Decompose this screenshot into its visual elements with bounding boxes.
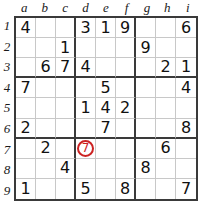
- cell-b1[interactable]: [36, 18, 56, 38]
- cell-e5[interactable]: 4: [96, 98, 116, 118]
- digit: 1: [80, 100, 90, 116]
- cell-a2[interactable]: [16, 38, 36, 58]
- cell-e9[interactable]: [96, 179, 116, 199]
- cell-g9[interactable]: [136, 179, 156, 199]
- cell-i3[interactable]: 1: [176, 58, 196, 78]
- digit: 4: [20, 20, 30, 36]
- cell-a6[interactable]: 2: [16, 119, 36, 139]
- cell-i5[interactable]: [176, 98, 196, 118]
- digit: 6: [160, 140, 170, 156]
- cell-e1[interactable]: 1: [96, 18, 116, 38]
- cell-d7[interactable]: 7: [76, 139, 96, 159]
- digit: 3: [80, 20, 90, 36]
- digit: 8: [140, 160, 150, 176]
- cell-g5[interactable]: [136, 98, 156, 118]
- cell-g8[interactable]: 8: [136, 159, 156, 179]
- cell-h1[interactable]: [156, 18, 176, 38]
- cell-b3[interactable]: 6: [36, 58, 56, 78]
- cell-i7[interactable]: [176, 139, 196, 159]
- cell-f2[interactable]: [116, 38, 136, 58]
- cell-a7[interactable]: [16, 139, 36, 159]
- cell-h7[interactable]: 6: [156, 139, 176, 159]
- digit: 8: [181, 120, 191, 136]
- cell-b9[interactable]: [36, 179, 56, 199]
- cell-c7[interactable]: [56, 139, 76, 159]
- cell-c4[interactable]: [56, 78, 76, 98]
- cell-a1[interactable]: 4: [16, 18, 36, 38]
- digit: 4: [80, 59, 90, 75]
- highlighted-digit: 7: [77, 140, 94, 157]
- cell-f3[interactable]: [116, 58, 136, 78]
- cell-e8[interactable]: [96, 159, 116, 179]
- cell-a5[interactable]: [16, 98, 36, 118]
- digit: 1: [60, 40, 70, 56]
- cell-c1[interactable]: [56, 18, 76, 38]
- cell-f8[interactable]: [116, 159, 136, 179]
- sudoku-board: 431961967421754142278276481587: [14, 16, 198, 201]
- cell-g4[interactable]: [136, 78, 156, 98]
- digit: 7: [100, 120, 110, 136]
- cell-f4[interactable]: [116, 78, 136, 98]
- cell-c9[interactable]: [56, 179, 76, 199]
- cell-i2[interactable]: [176, 38, 196, 58]
- cell-d5[interactable]: 1: [76, 98, 96, 118]
- row-label-7: 7: [0, 139, 14, 160]
- cell-e2[interactable]: [96, 38, 116, 58]
- digit: 2: [40, 140, 50, 156]
- cell-b6[interactable]: [36, 119, 56, 139]
- cell-d1[interactable]: 3: [76, 18, 96, 38]
- cell-i1[interactable]: 6: [176, 18, 196, 38]
- row-label-5: 5: [0, 98, 14, 119]
- cell-b5[interactable]: [36, 98, 56, 118]
- row-label-6: 6: [0, 119, 14, 140]
- cell-i9[interactable]: 7: [176, 179, 196, 199]
- cell-i6[interactable]: 8: [176, 119, 196, 139]
- cell-h5[interactable]: [156, 98, 176, 118]
- cell-c6[interactable]: [56, 119, 76, 139]
- cell-c3[interactable]: 7: [56, 58, 76, 78]
- cell-d4[interactable]: [76, 78, 96, 98]
- cell-b2[interactable]: [36, 38, 56, 58]
- cell-h6[interactable]: [156, 119, 176, 139]
- digit: 4: [181, 80, 191, 96]
- cell-f7[interactable]: [116, 139, 136, 159]
- cell-g6[interactable]: [136, 119, 156, 139]
- row-label-4: 4: [0, 78, 14, 99]
- cell-g1[interactable]: [136, 18, 156, 38]
- cell-i8[interactable]: [176, 159, 196, 179]
- sudoku-widget: abcdefghi 123456789 43196196742175414227…: [0, 0, 200, 205]
- row-label-8: 8: [0, 160, 14, 181]
- digit: 9: [120, 20, 130, 36]
- digit: 2: [120, 100, 130, 116]
- cell-e6[interactable]: 7: [96, 119, 116, 139]
- cell-g7[interactable]: [136, 139, 156, 159]
- cell-e7[interactable]: [96, 139, 116, 159]
- cell-d6[interactable]: [76, 119, 96, 139]
- cell-h4[interactable]: [156, 78, 176, 98]
- cell-d9[interactable]: 5: [76, 179, 96, 199]
- cell-c8[interactable]: 4: [56, 159, 76, 179]
- cell-d8[interactable]: [76, 159, 96, 179]
- cell-c5[interactable]: [56, 98, 76, 118]
- cell-g2[interactable]: 9: [136, 38, 156, 58]
- cell-e3[interactable]: [96, 58, 116, 78]
- column-labels: abcdefghi: [14, 0, 198, 16]
- cell-c2[interactable]: 1: [56, 38, 76, 58]
- cell-a8[interactable]: [16, 159, 36, 179]
- digit: 7: [60, 59, 70, 75]
- cell-g3[interactable]: [136, 58, 156, 78]
- digit: 1: [181, 59, 191, 75]
- cell-f1[interactable]: 9: [116, 18, 136, 38]
- digit: 6: [40, 59, 50, 75]
- cell-e4[interactable]: 5: [96, 78, 116, 98]
- digit: 7: [181, 181, 191, 197]
- cell-d2[interactable]: [76, 38, 96, 58]
- digit: 1: [20, 181, 30, 197]
- digit: 4: [60, 160, 70, 176]
- digit: 8: [120, 181, 130, 197]
- cell-f9[interactable]: 8: [116, 179, 136, 199]
- cell-f5[interactable]: 2: [116, 98, 136, 118]
- digit: 7: [20, 80, 30, 96]
- cell-h9[interactable]: [156, 179, 176, 199]
- digit: 5: [80, 181, 90, 197]
- cell-a4[interactable]: 7: [16, 78, 36, 98]
- cell-f6[interactable]: [116, 119, 136, 139]
- cell-b8[interactable]: [36, 159, 56, 179]
- digit: 2: [20, 120, 30, 136]
- cell-h2[interactable]: [156, 38, 176, 58]
- cell-h8[interactable]: [156, 159, 176, 179]
- cell-a3[interactable]: [16, 58, 36, 78]
- digit: 6: [181, 20, 191, 36]
- digit: 9: [140, 40, 150, 56]
- row-label-9: 9: [0, 180, 14, 201]
- cell-h3[interactable]: 2: [156, 58, 176, 78]
- cell-i4[interactable]: 4: [176, 78, 196, 98]
- digit: 1: [100, 20, 110, 36]
- cell-b4[interactable]: [36, 78, 56, 98]
- cell-a9[interactable]: 1: [16, 179, 36, 199]
- digit: 4: [100, 100, 110, 116]
- row-labels: 123456789: [0, 16, 14, 201]
- digit: 2: [160, 59, 170, 75]
- cell-d3[interactable]: 4: [76, 58, 96, 78]
- cell-b7[interactable]: 2: [36, 139, 56, 159]
- row-label-1: 1: [0, 16, 14, 37]
- row-label-3: 3: [0, 57, 14, 78]
- digit: 5: [100, 80, 110, 96]
- row-label-2: 2: [0, 37, 14, 58]
